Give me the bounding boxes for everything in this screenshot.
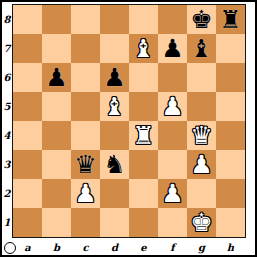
square-h1[interactable] — [216, 208, 245, 237]
white-queen[interactable]: ♛ — [190, 121, 212, 150]
square-c3[interactable]: ♛ — [71, 150, 100, 179]
square-d2[interactable] — [100, 179, 129, 208]
file-label-c: c — [71, 241, 100, 254]
square-c1[interactable] — [71, 208, 100, 237]
square-f3[interactable] — [158, 150, 187, 179]
square-h4[interactable] — [216, 121, 245, 150]
rank-label-6: 6 — [2, 63, 12, 92]
square-a8[interactable] — [13, 5, 42, 34]
square-e2[interactable] — [129, 179, 158, 208]
square-d7[interactable] — [100, 34, 129, 63]
square-a7[interactable] — [13, 34, 42, 63]
square-a3[interactable] — [13, 150, 42, 179]
square-b5[interactable] — [42, 92, 71, 121]
black-pawn[interactable]: ♟ — [103, 63, 125, 92]
white-pawn[interactable]: ♟ — [190, 150, 212, 179]
square-h3[interactable] — [216, 150, 245, 179]
rank-label-4: 4 — [2, 121, 12, 150]
square-h7[interactable] — [216, 34, 245, 63]
square-e6[interactable] — [129, 63, 158, 92]
square-d3[interactable]: ♞ — [100, 150, 129, 179]
square-g2[interactable] — [187, 179, 216, 208]
square-c8[interactable] — [71, 5, 100, 34]
black-pawn[interactable]: ♟ — [161, 34, 183, 63]
white-pawn[interactable]: ♟ — [161, 179, 183, 208]
square-f1[interactable] — [158, 208, 187, 237]
black-queen[interactable]: ♛ — [74, 150, 96, 179]
square-b7[interactable] — [42, 34, 71, 63]
square-c2[interactable]: ♟ — [71, 179, 100, 208]
square-g4[interactable]: ♛ — [187, 121, 216, 150]
square-b1[interactable] — [42, 208, 71, 237]
square-f2[interactable]: ♟ — [158, 179, 187, 208]
file-label-e: e — [129, 241, 158, 254]
square-d1[interactable] — [100, 208, 129, 237]
rank-label-2: 2 — [2, 179, 12, 208]
square-e7[interactable]: ♝ — [129, 34, 158, 63]
square-d5[interactable]: ♝ — [100, 92, 129, 121]
square-e5[interactable] — [129, 92, 158, 121]
rank-label-7: 7 — [2, 34, 12, 63]
square-e1[interactable] — [129, 208, 158, 237]
file-labels: abcdefgh — [13, 241, 245, 254]
board: ♚♜♝♟♝♟♟♝♟♜♛♛♞♟♟♟♚ — [12, 4, 246, 238]
square-a2[interactable] — [13, 179, 42, 208]
file-label-f: f — [158, 241, 187, 254]
rank-label-5: 5 — [2, 92, 12, 121]
square-c7[interactable] — [71, 34, 100, 63]
black-rook[interactable]: ♜ — [219, 5, 241, 34]
square-h5[interactable] — [216, 92, 245, 121]
square-b6[interactable]: ♟ — [42, 63, 71, 92]
square-a1[interactable] — [13, 208, 42, 237]
square-c6[interactable] — [71, 63, 100, 92]
square-g7[interactable]: ♝ — [187, 34, 216, 63]
white-king[interactable]: ♚ — [190, 208, 212, 237]
file-label-h: h — [216, 241, 245, 254]
rank-labels: 87654321 — [2, 5, 12, 237]
white-pawn[interactable]: ♟ — [161, 92, 183, 121]
square-b4[interactable] — [42, 121, 71, 150]
square-b2[interactable] — [42, 179, 71, 208]
square-d6[interactable]: ♟ — [100, 63, 129, 92]
square-f4[interactable] — [158, 121, 187, 150]
square-c5[interactable] — [71, 92, 100, 121]
square-g1[interactable]: ♚ — [187, 208, 216, 237]
square-f8[interactable] — [158, 5, 187, 34]
file-label-g: g — [187, 241, 216, 254]
white-to-move-indicator — [4, 242, 16, 254]
black-bishop[interactable]: ♝ — [190, 34, 212, 63]
square-f5[interactable]: ♟ — [158, 92, 187, 121]
square-e4[interactable]: ♜ — [129, 121, 158, 150]
rank-label-1: 1 — [2, 208, 12, 237]
square-a5[interactable] — [13, 92, 42, 121]
black-pawn[interactable]: ♟ — [45, 63, 67, 92]
file-label-d: d — [100, 241, 129, 254]
square-h2[interactable] — [216, 179, 245, 208]
square-g8[interactable]: ♚ — [187, 5, 216, 34]
white-bishop[interactable]: ♝ — [132, 34, 154, 63]
white-bishop[interactable]: ♝ — [103, 92, 125, 121]
square-a4[interactable] — [13, 121, 42, 150]
square-c4[interactable] — [71, 121, 100, 150]
square-h8[interactable]: ♜ — [216, 5, 245, 34]
square-g3[interactable]: ♟ — [187, 150, 216, 179]
square-g5[interactable] — [187, 92, 216, 121]
square-a6[interactable] — [13, 63, 42, 92]
white-rook[interactable]: ♜ — [132, 121, 154, 150]
rank-label-8: 8 — [2, 5, 12, 34]
square-b3[interactable] — [42, 150, 71, 179]
square-f6[interactable] — [158, 63, 187, 92]
rank-label-3: 3 — [2, 150, 12, 179]
square-g6[interactable] — [187, 63, 216, 92]
file-label-b: b — [42, 241, 71, 254]
square-e8[interactable] — [129, 5, 158, 34]
square-d8[interactable] — [100, 5, 129, 34]
chess-diagram: 87654321 ♚♜♝♟♝♟♟♝♟♜♛♛♞♟♟♟♚ abcdefgh — [0, 0, 257, 257]
square-h6[interactable] — [216, 63, 245, 92]
square-b8[interactable] — [42, 5, 71, 34]
file-label-a: a — [13, 241, 42, 254]
white-pawn[interactable]: ♟ — [74, 179, 96, 208]
black-knight[interactable]: ♞ — [103, 150, 125, 179]
square-e3[interactable] — [129, 150, 158, 179]
square-d4[interactable] — [100, 121, 129, 150]
square-f7[interactable]: ♟ — [158, 34, 187, 63]
black-king[interactable]: ♚ — [190, 5, 212, 34]
